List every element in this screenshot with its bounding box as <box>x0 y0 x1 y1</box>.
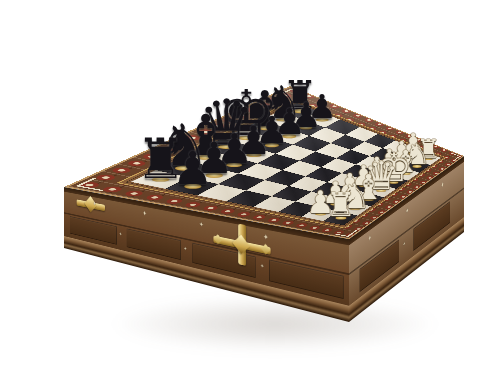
inlay-star-icon: ✦ <box>119 231 122 238</box>
inlay-star-icon: ✦ <box>368 233 372 244</box>
chess-set-product-photo: ✦✦✦✦✦✦✦ ✦✦✦✦ ♜♟♞♟♝♟♚♟♛♟♟♝♜♟♟♞♞♟♝♟♟♜♚♟♟♛♟… <box>0 0 500 375</box>
inlay-star-icon: ✦ <box>183 245 187 253</box>
inlay-star-icon: ✦ <box>199 221 204 229</box>
brass-ornament <box>77 191 105 219</box>
inlay-star-icon: ✦ <box>142 210 146 217</box>
inlay-star-icon: ✦ <box>405 206 408 216</box>
inlay-star-icon: ✦ <box>263 233 269 242</box>
inlay-star-icon: ✦ <box>403 240 406 250</box>
inlay-star-icon: ✦ <box>441 180 444 190</box>
cast-shadow <box>110 296 440 352</box>
inlay-star-icon: ✦ <box>260 262 264 270</box>
inlay-star-icon: ✦ <box>93 200 97 207</box>
